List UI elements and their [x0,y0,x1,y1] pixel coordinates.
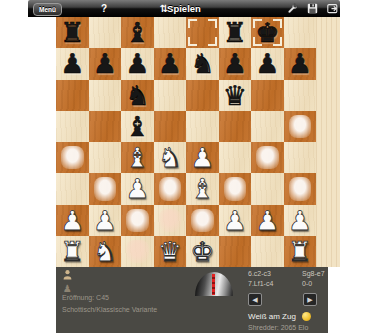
move-white[interactable]: 7.Lf1-c4 [248,279,302,289]
black-rook-piece: ♜ [219,17,252,48]
board-square-f6[interactable]: ♛ [219,80,252,111]
variation-name: Schottisch/Klassische Variante [62,306,157,313]
board-square-g2[interactable]: ♟ [251,205,284,236]
board-square-e7[interactable]: ♞ [186,48,219,79]
board-square-f1[interactable] [219,236,252,267]
board-square-g3[interactable] [251,173,284,204]
move-list[interactable]: 6.c2-c3Sg8-e77.Lf1-c40-0 [248,269,325,289]
board-square-d7[interactable]: ♟ [154,48,187,79]
square-sheen [191,209,214,232]
black-bishop-piece: ♝ [121,111,154,142]
last-move-marker [273,19,282,28]
board-square-f8[interactable]: ♜ [219,17,252,48]
board-square-g8[interactable]: ♚ [251,17,284,48]
board-square-g7[interactable]: ♟ [251,48,284,79]
human-player-icon [62,269,73,280]
white-pawn-piece: ♟ [284,205,317,236]
last-move-marker [253,37,262,46]
last-move-marker [188,19,197,28]
move-black[interactable]: Sg8-e7 [302,269,325,279]
board-square-c1[interactable] [121,236,154,267]
square-sheen [94,177,117,200]
move-white[interactable]: 6.c2-c3 [248,269,302,279]
square-sheen [159,177,182,200]
black-pawn-piece: ♟ [219,48,252,79]
last-move-marker [253,19,262,28]
white-pawn-piece: ♟ [56,205,89,236]
white-rook-piece: ♜ [284,236,317,267]
black-pawn-piece: ♟ [121,48,154,79]
board-square-f4[interactable] [219,142,252,173]
board-square-g4[interactable] [251,142,284,173]
white-knight-piece: ♞ [89,236,122,267]
evaluation-needle [212,274,215,295]
chess-board: ♜♝♜♚♟♟♟♟♞♟♟♟♞♛♝♝♞♟♟♝♟♟♟♟♟♜♞♛♚♜ [56,17,316,267]
board-square-e8[interactable] [186,17,219,48]
save-icon[interactable] [304,0,320,17]
board-square-h3[interactable] [284,173,317,204]
square-sheen [126,209,149,232]
board-square-h7[interactable]: ♟ [284,48,317,79]
last-move-marker [188,37,197,46]
board-square-h2[interactable]: ♟ [284,205,317,236]
board-square-e1[interactable]: ♚ [186,236,219,267]
board-square-a7[interactable]: ♟ [56,48,89,79]
black-pawn-piece: ♟ [56,48,89,79]
board-square-f3[interactable] [219,173,252,204]
black-rook-piece: ♜ [56,17,89,48]
black-pawn-piece: ♟ [284,48,317,79]
black-knight-piece: ♞ [186,48,219,79]
board-square-c8[interactable]: ♝ [121,17,154,48]
board-square-e3[interactable]: ♝ [186,173,219,204]
white-queen-piece: ♛ [154,236,187,267]
board-square-b8[interactable] [89,17,122,48]
game-info-panel: ♟ Eröffnung: C45 Schottisch/Klassische V… [56,267,328,333]
opening-name: Eröffnung: C45 [62,294,109,301]
board-square-h6[interactable] [284,80,317,111]
board-square-a5[interactable] [56,111,89,142]
white-knight-piece: ♞ [154,142,187,173]
board-square-a2[interactable]: ♟ [56,205,89,236]
board-square-g6[interactable] [251,80,284,111]
top-toolbar: Menü ? ⇅ Spielen [28,0,340,17]
previous-move-button[interactable]: ◀ [248,293,262,306]
black-pawn-piece: ♟ [89,48,122,79]
black-pawn-piece: ♟ [251,48,284,79]
black-bishop-piece: ♝ [121,17,154,48]
board-square-e5[interactable] [186,111,219,142]
square-sheen [61,146,84,169]
last-move-marker [208,19,217,28]
square-sheen [289,115,312,138]
board-square-f2[interactable]: ♟ [219,205,252,236]
move-row: 6.c2-c3Sg8-e7 [248,269,325,279]
board-square-d2[interactable] [154,205,187,236]
square-sheen [126,240,149,263]
square-sheen [224,177,247,200]
board-square-d3[interactable] [154,173,187,204]
board-square-d1[interactable]: ♛ [154,236,187,267]
board-square-f5[interactable] [219,111,252,142]
board-square-b2[interactable]: ♟ [89,205,122,236]
turn-indicator: Weiß am Zug [248,312,296,321]
board-square-b6[interactable] [89,80,122,111]
engine-strength: Shredder: 2065 Elo [248,324,308,331]
move-row: 7.Lf1-c40-0 [248,279,325,289]
board-square-c6[interactable]: ♞ [121,80,154,111]
white-rook-piece: ♜ [56,236,89,267]
white-pawn-piece: ♟ [89,205,122,236]
board-square-b1[interactable]: ♞ [89,236,122,267]
square-sheen [159,209,182,232]
board-square-b7[interactable]: ♟ [89,48,122,79]
white-pawn-piece: ♟ [219,205,252,236]
board-square-c7[interactable]: ♟ [121,48,154,79]
last-move-marker [273,37,282,46]
last-move-marker [208,37,217,46]
board-square-b3[interactable] [89,173,122,204]
share-icon[interactable] [325,0,341,17]
white-king-piece: ♚ [186,236,219,267]
next-move-button[interactable]: ▶ [303,293,317,306]
board-square-a4[interactable] [56,142,89,173]
square-sheen [256,146,279,169]
board-square-d6[interactable] [154,80,187,111]
white-pawn-piece: ♟ [251,205,284,236]
board-square-c3[interactable]: ♟ [121,173,154,204]
board-square-h5[interactable] [284,111,317,142]
board-square-c4[interactable]: ♝ [121,142,154,173]
black-knight-piece: ♞ [121,80,154,111]
white-pawn-piece: ♟ [186,142,219,173]
board-square-a3[interactable] [56,173,89,204]
board-square-b4[interactable] [89,142,122,173]
board-square-d4[interactable]: ♞ [154,142,187,173]
board-square-e2[interactable] [186,205,219,236]
elo-ball-icon [302,312,311,321]
board-square-d5[interactable] [154,111,187,142]
board-margin-strip [316,17,340,267]
engine-player-icon: ♟ [62,283,73,294]
black-queen-piece: ♛ [219,80,252,111]
board-square-h8[interactable] [284,17,317,48]
board-square-g1[interactable] [251,236,284,267]
board-square-a6[interactable] [56,80,89,111]
board-square-a1[interactable]: ♜ [56,236,89,267]
board-square-c5[interactable]: ♝ [121,111,154,142]
white-bishop-piece: ♝ [121,142,154,173]
board-square-h1[interactable]: ♜ [284,236,317,267]
board-square-g5[interactable] [251,111,284,142]
evaluation-gauge [195,272,233,296]
square-sheen [289,177,312,200]
board-square-c2[interactable] [121,205,154,236]
board-square-e6[interactable] [186,80,219,111]
settings-wrench-icon[interactable] [284,0,300,17]
board-square-f7[interactable]: ♟ [219,48,252,79]
move-black[interactable]: 0-0 [302,279,312,289]
board-square-a8[interactable]: ♜ [56,17,89,48]
board-square-d8[interactable] [154,17,187,48]
board-square-b5[interactable] [89,111,122,142]
board-square-h4[interactable] [284,142,317,173]
white-pawn-piece: ♟ [121,173,154,204]
board-square-e4[interactable]: ♟ [186,142,219,173]
black-pawn-piece: ♟ [154,48,187,79]
white-bishop-piece: ♝ [186,173,219,204]
